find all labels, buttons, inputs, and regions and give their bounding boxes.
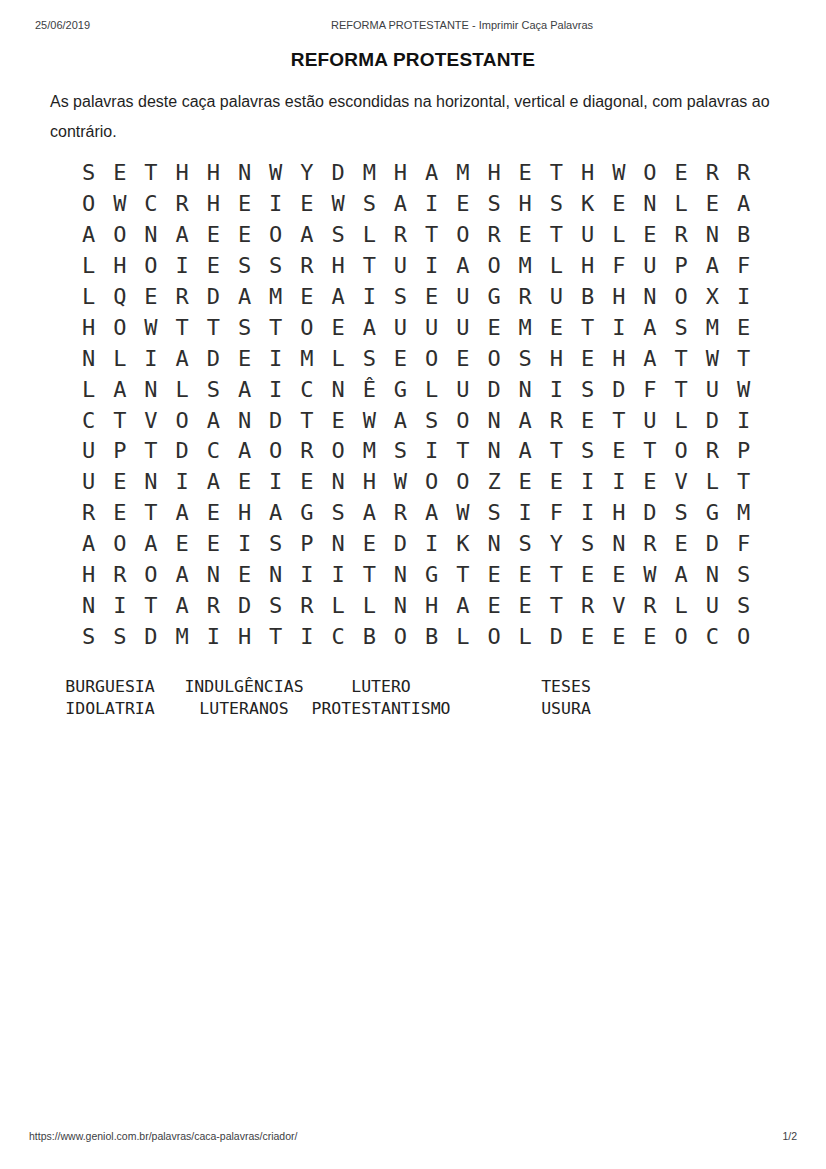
grid-cell: S xyxy=(541,189,572,220)
grid-cell: S xyxy=(728,590,759,621)
grid-cell: I xyxy=(728,405,759,436)
grid-cell: E xyxy=(104,467,135,498)
grid-cell: W xyxy=(135,312,166,343)
grid-cell: U xyxy=(541,282,572,313)
grid-cell: D xyxy=(167,436,198,467)
grid-cell: O xyxy=(416,467,447,498)
grid-cell: C xyxy=(697,621,728,652)
grid-cell: O xyxy=(447,220,478,251)
grid-cell: O xyxy=(447,467,478,498)
grid-cell: P xyxy=(104,436,135,467)
grid-cell: F xyxy=(541,498,572,529)
grid-cell: S xyxy=(354,189,385,220)
grid-cell: E xyxy=(510,220,541,251)
grid-cell: P xyxy=(291,529,322,560)
grid-cell: N xyxy=(385,560,416,591)
grid-cell: O xyxy=(73,189,104,220)
grid-cell: E xyxy=(634,220,665,251)
grid-cell: D xyxy=(385,529,416,560)
grid-cell: L xyxy=(73,374,104,405)
grid-cell: H xyxy=(572,158,603,189)
grid-cell: A xyxy=(167,343,198,374)
grid-cell: A xyxy=(167,590,198,621)
word-search-grid: SETHHNWYDMHAMHETHWOERROWCRHEIEWSAIESHSKE… xyxy=(73,158,759,652)
grid-cell: W xyxy=(260,158,291,189)
grid-cell: U xyxy=(697,374,728,405)
grid-cell: T xyxy=(135,590,166,621)
grid-cell: H xyxy=(73,312,104,343)
grid-cell: E xyxy=(603,560,634,591)
word-list-item: TESES xyxy=(541,677,591,697)
grid-cell: I xyxy=(603,467,634,498)
grid-cell: N xyxy=(510,374,541,405)
grid-cell: E xyxy=(572,405,603,436)
grid-cell: M xyxy=(260,282,291,313)
grid-cell: G xyxy=(291,498,322,529)
grid-cell: S xyxy=(354,343,385,374)
grid-cell: E xyxy=(416,282,447,313)
grid-cell: M xyxy=(447,158,478,189)
grid-cell: C xyxy=(135,189,166,220)
grid-cell: T xyxy=(728,343,759,374)
grid-cell: I xyxy=(541,374,572,405)
grid-cell: A xyxy=(260,498,291,529)
grid-cell: E xyxy=(229,189,260,220)
grid-cell: O xyxy=(135,251,166,282)
grid-cell: N xyxy=(73,343,104,374)
grid-cell: T xyxy=(572,312,603,343)
grid-cell: S xyxy=(260,590,291,621)
grid-cell: R xyxy=(167,189,198,220)
word-list-item: PROTESTANTISMO xyxy=(311,699,450,719)
grid-cell: W xyxy=(697,343,728,374)
grid-cell: S xyxy=(572,374,603,405)
grid-cell: E xyxy=(478,590,509,621)
grid-cell: E xyxy=(478,560,509,591)
grid-cell: I xyxy=(198,621,229,652)
grid-cell: D xyxy=(603,374,634,405)
grid-cell: L xyxy=(416,374,447,405)
grid-cell: K xyxy=(447,529,478,560)
grid-cell: N xyxy=(198,560,229,591)
grid-cell: E xyxy=(229,220,260,251)
header-doc-title: REFORMA PROTESTANTE - Imprimir Caça Pala… xyxy=(331,19,593,31)
grid-cell: A xyxy=(198,405,229,436)
grid-cell: A xyxy=(634,312,665,343)
grid-cell: T xyxy=(541,436,572,467)
grid-cell: S xyxy=(666,498,697,529)
grid-cell: R xyxy=(167,282,198,313)
grid-cell: T xyxy=(135,436,166,467)
grid-cell: R xyxy=(73,498,104,529)
grid-cell: E xyxy=(198,529,229,560)
grid-cell: V xyxy=(666,467,697,498)
header-date: 25/06/2019 xyxy=(35,19,90,31)
grid-cell: T xyxy=(541,220,572,251)
grid-cell: I xyxy=(510,498,541,529)
grid-cell: T xyxy=(603,405,634,436)
grid-cell: F xyxy=(728,529,759,560)
grid-cell: R xyxy=(634,529,665,560)
grid-cell: S xyxy=(572,529,603,560)
grid-cell: D xyxy=(260,405,291,436)
grid-cell: L xyxy=(697,467,728,498)
grid-cell: S xyxy=(385,282,416,313)
grid-cell: N xyxy=(603,529,634,560)
grid-cell: A xyxy=(666,560,697,591)
grid-cell: G xyxy=(478,282,509,313)
grid-cell: H xyxy=(167,158,198,189)
grid-cell: A xyxy=(634,343,665,374)
grid-cell: E xyxy=(572,560,603,591)
grid-cell: U xyxy=(385,312,416,343)
grid-cell: D xyxy=(541,621,572,652)
grid-cell: T xyxy=(634,436,665,467)
grid-cell: D xyxy=(135,621,166,652)
grid-cell: O xyxy=(416,343,447,374)
grid-cell: T xyxy=(541,590,572,621)
grid-cell: Q xyxy=(104,282,135,313)
grid-cell: H xyxy=(510,189,541,220)
grid-cell: H xyxy=(198,189,229,220)
grid-cell: H xyxy=(416,590,447,621)
grid-cell: A xyxy=(385,405,416,436)
grid-cell: S xyxy=(73,158,104,189)
grid-cell: H xyxy=(198,158,229,189)
grid-cell: N xyxy=(229,405,260,436)
grid-cell: W xyxy=(354,405,385,436)
grid-cell: E xyxy=(385,343,416,374)
grid-cell: O xyxy=(728,621,759,652)
grid-cell: I xyxy=(229,529,260,560)
grid-cell: I xyxy=(354,282,385,313)
grid-cell: T xyxy=(260,312,291,343)
grid-cell: D xyxy=(198,343,229,374)
grid-cell: L xyxy=(447,621,478,652)
grid-cell: M xyxy=(510,312,541,343)
grid-cell: I xyxy=(260,374,291,405)
grid-cell: O xyxy=(104,529,135,560)
grid-cell: M xyxy=(510,251,541,282)
grid-cell: L xyxy=(323,343,354,374)
grid-cell: F xyxy=(634,374,665,405)
grid-cell: L xyxy=(354,220,385,251)
grid-cell: N xyxy=(135,374,166,405)
grid-cell: B xyxy=(416,621,447,652)
grid-cell: S xyxy=(229,312,260,343)
grid-cell: L xyxy=(323,590,354,621)
grid-cell: F xyxy=(728,251,759,282)
grid-cell: O xyxy=(385,621,416,652)
grid-cell: L xyxy=(510,621,541,652)
grid-cell: M xyxy=(728,498,759,529)
grid-cell: U xyxy=(73,467,104,498)
grid-cell: T xyxy=(354,251,385,282)
grid-cell: G xyxy=(385,374,416,405)
grid-cell: R xyxy=(385,220,416,251)
grid-cell: F xyxy=(603,251,634,282)
grid-cell: I xyxy=(291,560,322,591)
grid-cell: T xyxy=(260,621,291,652)
grid-cell: E xyxy=(354,529,385,560)
grid-cell: S xyxy=(260,251,291,282)
grid-cell: N xyxy=(260,560,291,591)
grid-cell: N xyxy=(634,282,665,313)
grid-cell: L xyxy=(167,374,198,405)
grid-cell: I xyxy=(167,251,198,282)
grid-cell: H xyxy=(229,498,260,529)
grid-cell: E xyxy=(541,467,572,498)
footer-url: https://www.geniol.com.br/palavras/caca-… xyxy=(29,1130,297,1142)
grid-cell: U xyxy=(572,220,603,251)
grid-cell: N xyxy=(135,220,166,251)
grid-cell: I xyxy=(260,343,291,374)
grid-cell: E xyxy=(135,282,166,313)
grid-cell: C xyxy=(198,436,229,467)
grid-cell: R xyxy=(291,590,322,621)
grid-cell: X xyxy=(697,282,728,313)
grid-cell: E xyxy=(572,343,603,374)
grid-cell: H xyxy=(385,158,416,189)
grid-cell: A xyxy=(229,436,260,467)
grid-cell: O xyxy=(447,405,478,436)
grid-cell: N xyxy=(478,436,509,467)
grid-cell: A xyxy=(385,189,416,220)
grid-cell: D xyxy=(697,529,728,560)
grid-cell: U xyxy=(73,436,104,467)
grid-cell: M xyxy=(354,436,385,467)
grid-cell: V xyxy=(603,590,634,621)
grid-cell: E xyxy=(478,312,509,343)
grid-cell: I xyxy=(572,467,603,498)
grid-cell: O xyxy=(260,220,291,251)
grid-cell: R xyxy=(697,436,728,467)
grid-cell: N xyxy=(73,590,104,621)
grid-cell: A xyxy=(104,374,135,405)
grid-cell: I xyxy=(416,436,447,467)
grid-cell: R xyxy=(666,220,697,251)
grid-cell: T xyxy=(135,498,166,529)
grid-cell: I xyxy=(572,498,603,529)
grid-cell: H xyxy=(323,251,354,282)
grid-cell: A xyxy=(135,529,166,560)
grid-cell: S xyxy=(572,436,603,467)
grid-cell: M xyxy=(291,343,322,374)
grid-cell: W xyxy=(603,158,634,189)
grid-cell: I xyxy=(323,560,354,591)
grid-cell: R xyxy=(291,436,322,467)
grid-cell: S xyxy=(73,621,104,652)
instructions-line2: contrário. xyxy=(50,123,117,140)
grid-cell: L xyxy=(666,189,697,220)
grid-cell: S xyxy=(478,189,509,220)
grid-cell: E xyxy=(634,621,665,652)
grid-cell: V xyxy=(135,405,166,436)
grid-cell: N xyxy=(385,590,416,621)
grid-cell: E xyxy=(666,529,697,560)
grid-cell: W xyxy=(385,467,416,498)
grid-cell: A xyxy=(167,498,198,529)
grid-cell: O xyxy=(666,436,697,467)
grid-cell: N xyxy=(697,220,728,251)
grid-cell: S xyxy=(323,220,354,251)
grid-cell: R xyxy=(385,498,416,529)
grid-cell: A xyxy=(229,282,260,313)
grid-cell: L xyxy=(73,282,104,313)
grid-cell: L xyxy=(73,251,104,282)
grid-cell: I xyxy=(416,251,447,282)
grid-cell: A xyxy=(416,158,447,189)
grid-cell: M xyxy=(697,312,728,343)
grid-cell: O xyxy=(323,436,354,467)
grid-cell: A xyxy=(416,498,447,529)
grid-cell: T xyxy=(666,343,697,374)
grid-cell: O xyxy=(634,158,665,189)
grid-cell: E xyxy=(291,467,322,498)
grid-cell: E xyxy=(229,343,260,374)
grid-cell: O xyxy=(167,405,198,436)
grid-cell: O xyxy=(666,621,697,652)
grid-cell: E xyxy=(104,498,135,529)
grid-cell: R xyxy=(104,560,135,591)
grid-cell: G xyxy=(697,498,728,529)
grid-cell: S xyxy=(728,560,759,591)
grid-cell: S xyxy=(510,343,541,374)
grid-cell: L xyxy=(603,220,634,251)
grid-cell: A xyxy=(229,374,260,405)
grid-cell: D xyxy=(634,498,665,529)
grid-cell: E xyxy=(634,467,665,498)
grid-cell: K xyxy=(572,189,603,220)
grid-cell: A xyxy=(447,590,478,621)
grid-cell: E xyxy=(198,220,229,251)
grid-cell: O xyxy=(478,251,509,282)
grid-cell: E xyxy=(447,343,478,374)
grid-cell: T xyxy=(416,220,447,251)
grid-cell: N xyxy=(697,560,728,591)
grid-cell: B xyxy=(572,282,603,313)
grid-cell: W xyxy=(104,189,135,220)
grid-cell: T xyxy=(135,158,166,189)
grid-cell: B xyxy=(354,621,385,652)
grid-cell: T xyxy=(198,312,229,343)
grid-cell: E xyxy=(603,189,634,220)
grid-cell: D xyxy=(478,374,509,405)
grid-cell: D xyxy=(198,282,229,313)
grid-cell: M xyxy=(354,158,385,189)
instructions: As palavras deste caça palavras estão es… xyxy=(50,87,798,146)
grid-cell: E xyxy=(104,158,135,189)
grid-cell: A xyxy=(510,436,541,467)
grid-cell: R xyxy=(572,590,603,621)
grid-cell: W xyxy=(447,498,478,529)
grid-cell: E xyxy=(728,312,759,343)
grid-cell: H xyxy=(603,343,634,374)
grid-cell: A xyxy=(354,312,385,343)
grid-cell: I xyxy=(416,189,447,220)
grid-cell: B xyxy=(728,220,759,251)
grid-cell: I xyxy=(728,282,759,313)
grid-cell: E xyxy=(229,467,260,498)
grid-cell: S xyxy=(260,529,291,560)
grid-cell: H xyxy=(229,621,260,652)
grid-cell: E xyxy=(291,189,322,220)
grid-cell: R xyxy=(198,590,229,621)
grid-cell: E xyxy=(198,498,229,529)
grid-cell: E xyxy=(198,251,229,282)
grid-cell: R xyxy=(291,251,322,282)
grid-cell: T xyxy=(541,158,572,189)
grid-cell: N xyxy=(323,374,354,405)
grid-cell: D xyxy=(697,405,728,436)
grid-cell: C xyxy=(73,405,104,436)
grid-cell: Z xyxy=(478,467,509,498)
grid-cell: W xyxy=(728,374,759,405)
grid-cell: Y xyxy=(541,529,572,560)
grid-cell: N xyxy=(323,529,354,560)
grid-cell: D xyxy=(229,590,260,621)
grid-cell: S xyxy=(104,621,135,652)
grid-cell: O xyxy=(666,282,697,313)
grid-cell: I xyxy=(135,343,166,374)
footer-page-number: 1/2 xyxy=(782,1130,797,1142)
grid-cell: U xyxy=(447,282,478,313)
grid-cell: H xyxy=(354,467,385,498)
grid-cell: T xyxy=(447,560,478,591)
grid-cell: E xyxy=(697,189,728,220)
word-list-item: INDULGÊNCIAS xyxy=(184,677,303,697)
grid-cell: L xyxy=(104,343,135,374)
grid-cell: A xyxy=(354,498,385,529)
grid-cell: A xyxy=(697,251,728,282)
grid-cell: E xyxy=(510,467,541,498)
grid-cell: E xyxy=(666,158,697,189)
grid-cell: E xyxy=(323,405,354,436)
word-list-item: USURA xyxy=(541,699,591,719)
grid-cell: O xyxy=(478,621,509,652)
grid-cell: H xyxy=(73,560,104,591)
grid-cell: N xyxy=(478,405,509,436)
grid-cell: R xyxy=(697,158,728,189)
grid-cell: W xyxy=(634,560,665,591)
grid-cell: S xyxy=(666,312,697,343)
grid-cell: T xyxy=(666,374,697,405)
grid-cell: O xyxy=(135,560,166,591)
grid-cell: L xyxy=(666,590,697,621)
word-list-item: LUTERO xyxy=(351,677,411,697)
grid-cell: C xyxy=(323,621,354,652)
grid-cell: A xyxy=(167,560,198,591)
grid-cell: I xyxy=(291,621,322,652)
grid-cell: P xyxy=(666,251,697,282)
grid-cell: E xyxy=(603,621,634,652)
grid-cell: N xyxy=(135,467,166,498)
instructions-line1: As palavras deste caça palavras estão es… xyxy=(50,93,770,110)
grid-cell: M xyxy=(167,621,198,652)
grid-cell: A xyxy=(728,189,759,220)
grid-cell: S xyxy=(416,405,447,436)
grid-cell: U xyxy=(634,405,665,436)
grid-cell: L xyxy=(666,405,697,436)
grid-cell: I xyxy=(260,189,291,220)
word-list: BURGUESIAINDULGÊNCIASLUTEROTESESIDOLATRI… xyxy=(0,677,826,727)
grid-cell: H xyxy=(603,282,634,313)
grid-cell: E xyxy=(229,560,260,591)
grid-cell: T xyxy=(541,560,572,591)
grid-cell: E xyxy=(510,158,541,189)
grid-cell: Y xyxy=(291,158,322,189)
grid-cell: S xyxy=(323,498,354,529)
